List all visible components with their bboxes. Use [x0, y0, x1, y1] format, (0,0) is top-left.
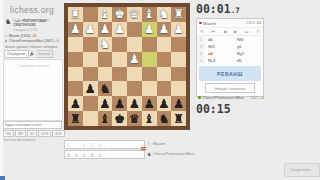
pocket-slot[interactable]: ♘ — [73, 141, 81, 148]
next-move-icon[interactable]: ▶ — [234, 29, 237, 34]
square-h3[interactable] — [68, 37, 83, 52]
new-opponent-button[interactable]: Новый соперник — [205, 83, 255, 93]
black-bishop: ♝ — [99, 113, 110, 125]
square-d6[interactable] — [127, 81, 142, 96]
move-black[interactable]: Nf6 — [234, 37, 263, 42]
square-h2[interactable]: ♟ — [68, 22, 83, 37]
white-pawn: ♟ — [129, 53, 140, 65]
panel-white-rating: 2343 — [246, 21, 254, 25]
pocket-black-owner[interactable]: ♞ ChessPromozavrMax — [147, 149, 194, 158]
square-h4[interactable] — [68, 52, 83, 67]
black-king: ♚ — [114, 113, 125, 125]
pocket-slot[interactable]: ♞ — [73, 151, 81, 158]
pocket-black: ♟♞♝♜♛ — [64, 150, 145, 159]
pocket-slot[interactable] — [112, 141, 120, 148]
white-status-dot — [199, 22, 202, 25]
square-b6[interactable] — [157, 81, 172, 96]
square-e6[interactable] — [112, 81, 127, 96]
white-clock: 00:01.7 — [196, 2, 240, 16]
square-f1[interactable]: ♝ — [98, 7, 113, 22]
black-pawn: ♟ — [129, 98, 140, 110]
black-knight: ♞ — [99, 83, 110, 95]
white-pawn: ♟ — [144, 23, 155, 35]
square-g1[interactable] — [83, 7, 98, 22]
square-d2[interactable] — [127, 22, 142, 37]
move-white[interactable]: Nf3 — [205, 44, 234, 49]
white-knight: ♞ — [99, 38, 110, 50]
black-knight: ♞ — [158, 113, 169, 125]
black-clock: 00:15 — [196, 102, 231, 116]
variant-icon: ♞ — [5, 19, 11, 26]
lichess-game-page: lichess.org ♞ ¼+0 • РЕЙТИНГОВАЯ • CRAZYH… — [0, 0, 320, 180]
panel-black-name: ChessPromozavrMax — [202, 95, 250, 100]
square-e1[interactable]: ♚ — [112, 7, 127, 22]
chat-preset-button[interactable]: GTG — [38, 130, 51, 137]
move-white[interactable]: Nc3 — [205, 58, 234, 63]
game-meta: ♞ ¼+0 • РЕЙТИНГОВАЯ • CRAZYHOUSE Сегодня… — [5, 19, 62, 32]
white-player-text: Maxim (2343) — [9, 34, 30, 38]
black-rook: ♜ — [70, 113, 81, 125]
square-b2[interactable]: ♟ — [157, 22, 172, 37]
pocket-slot[interactable] — [128, 151, 136, 158]
pocket-white: ♙♘♗♖♕ — [64, 140, 145, 149]
black-pawn: ♟ — [144, 98, 155, 110]
square-e8[interactable]: ♚ — [112, 111, 127, 126]
square-a1[interactable]: ♜ — [171, 7, 186, 22]
panel-black-rating: 2407 — [250, 96, 258, 100]
square-d5[interactable] — [127, 67, 142, 82]
move-row: 4Nc3d5 — [197, 57, 263, 64]
white-queen: ♛ — [129, 8, 140, 20]
square-h6[interactable] — [68, 81, 83, 96]
pocket-slot[interactable]: ♜ — [89, 151, 97, 158]
move-toolbar: ⟲⏮◀▶⏭⎘ — [197, 28, 263, 36]
square-c4[interactable] — [142, 52, 157, 67]
spectators-line: Зрители: Анонимные — [3, 138, 35, 142]
square-e7[interactable]: ♟ — [112, 96, 127, 111]
game-panel: Maxim 2343 -15 ⟲⏮◀▶⏭⎘ 1d4Nf62Nf3g63c4Bg7… — [196, 18, 264, 97]
square-e2[interactable]: ♟ — [112, 22, 127, 37]
square-h1[interactable]: ♜ — [68, 7, 83, 22]
square-d3[interactable] — [127, 37, 142, 52]
square-g4[interactable] — [83, 52, 98, 67]
square-b4[interactable] — [157, 52, 172, 67]
black-side-icon: ● — [5, 39, 7, 43]
square-c7[interactable]: ♟ — [142, 96, 157, 111]
square-c2[interactable]: ♟ — [142, 22, 157, 37]
black-pawn: ♟ — [85, 83, 96, 95]
move-white[interactable]: c4 — [205, 51, 234, 56]
black-pawn: ♟ — [173, 98, 184, 110]
chat-preset-button[interactable]: WP — [15, 130, 26, 137]
square-f7[interactable]: ♟ — [98, 96, 113, 111]
white-pawn: ♟ — [173, 23, 184, 35]
pocket-slot[interactable] — [128, 141, 136, 148]
white-pawn: ♟ — [114, 23, 125, 35]
panel-white-name: Maxim — [203, 21, 246, 26]
white-rating-delta: -15 — [32, 34, 37, 38]
square-f6[interactable]: ♞ — [98, 81, 113, 96]
chat-input[interactable] — [3, 121, 62, 129]
square-a3[interactable] — [171, 37, 186, 52]
pocket-slot[interactable] — [105, 141, 113, 148]
white-pawn: ♟ — [70, 23, 81, 35]
chess-board: ♜♝♚♛♝♞♜♟♟♟♟♟♟♟♞♟♟♞♟♟♟♟♟♟♟♜♝♚♛♝♞♜ — [64, 3, 190, 130]
board-resize-handle[interactable] — [141, 147, 147, 151]
chat-preset-button[interactable]: GG — [3, 130, 14, 137]
chat-sound-icon[interactable]: 🔊 — [30, 51, 35, 56]
square-a4[interactable] — [171, 52, 186, 67]
tab-spectators[interactable]: Зрители — [36, 50, 53, 58]
rematch-button[interactable]: РЕВАНШ — [199, 66, 261, 81]
black-pawn: ♟ — [70, 98, 81, 110]
square-a2[interactable]: ♟ — [171, 22, 186, 37]
panel-black-delta: +4 — [260, 96, 264, 100]
white-rook: ♜ — [173, 8, 184, 20]
white-king: ♚ — [114, 8, 125, 20]
chat-preset-button[interactable]: NT — [27, 130, 37, 137]
pocket-slot[interactable] — [136, 151, 144, 158]
square-c8[interactable]: ♝ — [142, 111, 157, 126]
pocket-slot[interactable] — [120, 141, 128, 148]
lichess-logo[interactable]: lichess.org — [10, 5, 54, 15]
square-a6[interactable] — [171, 81, 186, 96]
square-d4[interactable]: ♟ — [127, 52, 142, 67]
white-side-icon: ○ — [5, 34, 7, 38]
white-rook: ♜ — [70, 8, 81, 20]
square-g5[interactable] — [83, 67, 98, 82]
square-c6[interactable] — [142, 81, 157, 96]
pocket-slot[interactable]: ♗ — [81, 141, 89, 148]
square-a7[interactable]: ♟ — [171, 96, 186, 111]
pocket-slot[interactable]: ♟ — [65, 151, 73, 158]
square-f4[interactable] — [98, 52, 113, 67]
move-number: 1 — [197, 36, 205, 43]
pocket-slot[interactable]: ♕ — [97, 141, 105, 148]
square-h5[interactable] — [68, 67, 83, 82]
white-knight: ♞ — [158, 8, 169, 20]
black-pawn: ♟ — [99, 98, 110, 110]
square-f8[interactable]: ♝ — [98, 111, 113, 126]
move-black[interactable]: g6 — [234, 44, 263, 49]
prev-move-icon[interactable]: ◀ — [223, 29, 226, 34]
square-f2[interactable]: ♟ — [98, 22, 113, 37]
sidebar-white-player[interactable]: ○ Maxim (2343) -15 — [5, 34, 62, 39]
move-number: 3 — [197, 50, 205, 57]
white-bishop: ♝ — [144, 8, 155, 20]
game-result-text: Белые сдались • Чёрные победили — [5, 45, 62, 49]
square-d7[interactable]: ♟ — [127, 96, 142, 111]
square-d1[interactable]: ♛ — [127, 7, 142, 22]
move-number: 4 — [197, 57, 205, 64]
square-g8[interactable] — [83, 111, 98, 126]
move-white[interactable]: d4 — [205, 37, 234, 42]
chat-tabs: Обсуждение 🔊 Зрители — [4, 50, 53, 58]
square-g7[interactable] — [83, 96, 98, 111]
move-row: 3c4Bg7 — [197, 50, 263, 57]
square-b8[interactable]: ♞ — [157, 111, 172, 126]
black-rook: ♜ — [173, 113, 184, 125]
pocket-slot[interactable] — [112, 151, 120, 158]
white-pawn: ♟ — [158, 23, 169, 35]
analysis-board-icon[interactable]: ⎘ — [257, 29, 260, 34]
square-a5[interactable] — [171, 67, 186, 82]
panel-black-player-row[interactable]: ChessPromozavrMax 2407 +4 — [196, 94, 266, 101]
square-d8[interactable]: ♛ — [127, 111, 142, 126]
pocket-slot[interactable]: ♖ — [89, 141, 97, 148]
move-black[interactable]: Bg7 — [234, 51, 263, 56]
square-g2[interactable]: ♟ — [83, 22, 98, 37]
pocket-slot[interactable]: ♙ — [65, 141, 73, 148]
square-e3[interactable] — [112, 37, 127, 52]
game-meta-line1: ¼+0 • РЕЙТИНГОВАЯ • CRAZYHOUSE — [13, 19, 62, 28]
last-move-icon[interactable]: ⏭ — [245, 29, 249, 34]
square-c5[interactable] — [142, 67, 157, 82]
first-move-icon[interactable]: ⏮ — [211, 29, 215, 34]
black-queen: ♛ — [129, 113, 140, 125]
square-f3[interactable]: ♞ — [98, 37, 113, 52]
square-b5[interactable] — [157, 67, 172, 82]
pocket-slot[interactable]: ♝ — [81, 151, 89, 158]
square-c1[interactable]: ♝ — [142, 7, 157, 22]
black-status-dot — [198, 96, 201, 99]
black-pawn-icon: ♞ — [147, 151, 151, 157]
move-row: 1d4Nf6 — [197, 36, 263, 43]
square-c3[interactable] — [142, 37, 157, 52]
black-bishop: ♝ — [144, 113, 155, 125]
pocket-slot[interactable] — [120, 151, 128, 158]
pocket-slot[interactable] — [105, 151, 113, 158]
square-e4[interactable] — [112, 52, 127, 67]
replay-icon[interactable]: ⟲ — [200, 29, 204, 34]
square-b1[interactable]: ♞ — [157, 7, 172, 22]
square-h8[interactable]: ♜ — [68, 111, 83, 126]
square-g3[interactable] — [83, 37, 98, 52]
white-clock-tenths: .7 — [231, 6, 240, 15]
square-b7[interactable]: ♟ — [157, 96, 172, 111]
black-owner-name: ChessPromozavrMax — [153, 151, 194, 156]
panel-white-delta: -15 — [256, 21, 262, 25]
black-pawn: ♟ — [114, 98, 125, 110]
chat-presets: GGWPNTGTGBYE — [3, 130, 65, 137]
white-pawn-icon: ♘ — [147, 141, 151, 147]
move-list: 1d4Nf62Nf3g63c4Bg74Nc3d5 — [197, 36, 263, 64]
chat-empty-text: Сообщений пока нет — [4, 64, 62, 68]
black-rating-delta: +4 — [55, 39, 59, 43]
connection-toast: Соединение… — [284, 163, 320, 177]
bottom-left-accent — [0, 176, 5, 180]
white-pawn: ♟ — [85, 23, 96, 35]
black-pawn: ♟ — [158, 98, 169, 110]
white-owner-name: Maxim — [153, 141, 166, 146]
move-black[interactable]: d5 — [234, 58, 263, 63]
square-h7[interactable]: ♟ — [68, 96, 83, 111]
white-pawn: ♟ — [99, 23, 110, 35]
sidebar-black-player[interactable]: ● ChessPromozavrMax (2407) +4 — [5, 39, 62, 44]
black-player-text: ChessPromozavrMax (2407) — [9, 39, 54, 43]
pocket-slot[interactable]: ♛ — [97, 151, 105, 158]
move-number: 2 — [197, 43, 205, 50]
square-f5[interactable] — [98, 67, 113, 82]
square-b3[interactable] — [157, 37, 172, 52]
square-e5[interactable] — [112, 67, 127, 82]
chat-box: Сообщений пока нет — [3, 59, 63, 121]
chat-preset-button[interactable]: BYE — [52, 130, 64, 137]
pocket-white-owner[interactable]: ♘ Maxim — [147, 139, 166, 148]
panel-white-player-row[interactable]: Maxim 2343 -15 — [197, 19, 263, 28]
game-meta-line2: Сегодня в 12:29 — [13, 28, 62, 32]
square-a8[interactable]: ♜ — [171, 111, 186, 126]
move-row: 2Nf3g6 — [197, 43, 263, 50]
tab-discussion[interactable]: Обсуждение — [4, 50, 29, 58]
white-bishop: ♝ — [99, 8, 110, 20]
square-g6[interactable]: ♟ — [83, 81, 98, 96]
